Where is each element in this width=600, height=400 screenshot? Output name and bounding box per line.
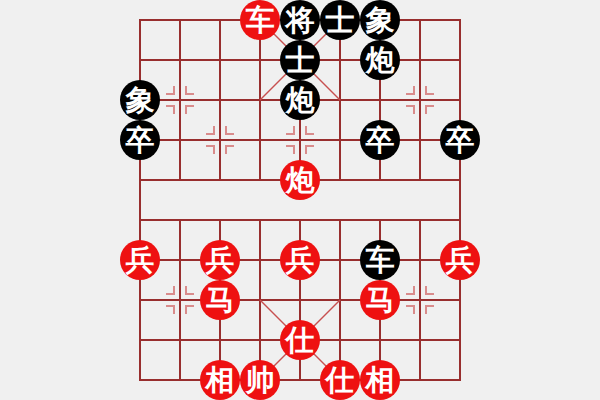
- piece-black-chariot[interactable]: 车: [360, 240, 400, 280]
- piece-red-advisor[interactable]: 仕: [280, 320, 320, 360]
- piece-black-soldier[interactable]: 卒: [120, 120, 160, 160]
- piece-black-advisor[interactable]: 士: [320, 0, 360, 40]
- piece-black-soldier[interactable]: 卒: [440, 120, 480, 160]
- piece-red-advisor[interactable]: 仕: [320, 360, 360, 400]
- star-point-marker: [160, 280, 200, 320]
- board-intersections-grid[interactable]: 车将士象士炮象炮卒卒卒炮兵兵兵车兵马马仕相帅仕相: [120, 0, 480, 400]
- star-point-marker: [160, 80, 200, 120]
- piece-red-elephant[interactable]: 相: [360, 360, 400, 400]
- piece-red-soldier[interactable]: 兵: [120, 240, 160, 280]
- star-point-marker: [400, 80, 440, 120]
- piece-black-cannon[interactable]: 炮: [280, 80, 320, 120]
- piece-black-soldier[interactable]: 卒: [360, 120, 400, 160]
- piece-black-elephant[interactable]: 象: [360, 0, 400, 40]
- piece-red-elephant[interactable]: 相: [200, 360, 240, 400]
- xiangqi-board: 车将士象士炮象炮卒卒卒炮兵兵兵车兵马马仕相帅仕相: [0, 0, 600, 400]
- piece-black-cannon[interactable]: 炮: [360, 40, 400, 80]
- piece-red-chariot[interactable]: 车: [240, 0, 280, 40]
- star-point-marker: [200, 120, 240, 160]
- piece-red-general[interactable]: 帅: [240, 360, 280, 400]
- star-point-marker: [280, 120, 320, 160]
- star-point-marker: [400, 280, 440, 320]
- piece-black-general[interactable]: 将: [280, 0, 320, 40]
- piece-black-advisor[interactable]: 士: [280, 40, 320, 80]
- piece-red-horse[interactable]: 马: [200, 280, 240, 320]
- piece-red-soldier[interactable]: 兵: [280, 240, 320, 280]
- piece-black-elephant[interactable]: 象: [120, 80, 160, 120]
- piece-red-horse[interactable]: 马: [360, 280, 400, 320]
- piece-red-soldier[interactable]: 兵: [200, 240, 240, 280]
- piece-red-cannon[interactable]: 炮: [280, 160, 320, 200]
- piece-red-soldier[interactable]: 兵: [440, 240, 480, 280]
